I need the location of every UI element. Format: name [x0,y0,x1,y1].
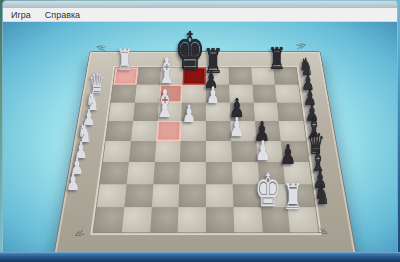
square-h5[interactable] [279,121,306,141]
menu-bar: Игра Справка [3,8,397,22]
square-a5[interactable] [106,121,133,141]
menu-game[interactable]: Игра [11,10,31,20]
square-f8[interactable] [228,68,252,85]
piece-white-bishop-c5[interactable]: ♝ [154,85,176,123]
square-g7[interactable] [252,84,277,102]
square-e2[interactable] [206,184,233,207]
square-c4[interactable] [154,141,180,162]
menu-help[interactable]: Справка [45,10,80,20]
piece-black-king-d8[interactable]: ♚ [175,25,206,77]
square-b3[interactable] [126,162,154,184]
square-a2[interactable] [97,184,127,207]
piece-white-pawn-d5[interactable]: ♟ [182,102,196,126]
piece-white-pawn-f4[interactable]: ♟ [229,114,244,140]
piece-black-knight-captured-8: ♞ [314,182,329,208]
square-e4[interactable] [206,141,232,162]
square-a7[interactable] [111,84,137,102]
square-c1[interactable] [150,207,179,232]
piece-white-rook-h1[interactable]: ♜ [282,179,303,215]
square-b1[interactable] [122,207,152,232]
piece-white-rook-a8[interactable]: ♜ [116,45,134,75]
piece-white-pawn-captured-6: ♟ [66,170,80,194]
piece-white-pawn-e6[interactable]: ♟ [206,84,220,107]
square-e3[interactable] [206,162,233,184]
square-c3[interactable] [153,162,180,184]
square-c2[interactable] [151,184,179,207]
square-a4[interactable] [103,141,131,162]
title-bar[interactable] [3,1,397,8]
square-d2[interactable] [179,184,206,207]
square-h6[interactable] [277,102,303,121]
piece-black-rook-h8[interactable]: ♜ [268,44,286,74]
square-a1[interactable] [93,207,124,232]
square-e1[interactable] [206,207,234,232]
square-d1[interactable] [178,207,206,232]
square-b4[interactable] [129,141,156,162]
piece-black-pawn-h3[interactable]: ♟ [280,141,296,168]
piece-white-pawn-g3[interactable]: ♟ [255,137,271,164]
square-a3[interactable] [100,162,129,184]
desktop: Игра Справка ♚♜♜♟♟♟♟♜♝♟♝♟♟♟♚♜♛♞♟♞♟♟♟♞♟♟♟… [0,0,400,262]
window-bottom-frame [0,252,400,262]
square-e5[interactable] [206,121,231,141]
square-d4[interactable] [180,141,206,162]
square-b2[interactable] [124,184,153,207]
square-d3[interactable] [179,162,205,184]
piece-white-king-g1[interactable]: ♚ [254,167,281,213]
square-a6[interactable] [108,102,134,121]
square-h7[interactable] [275,84,301,102]
